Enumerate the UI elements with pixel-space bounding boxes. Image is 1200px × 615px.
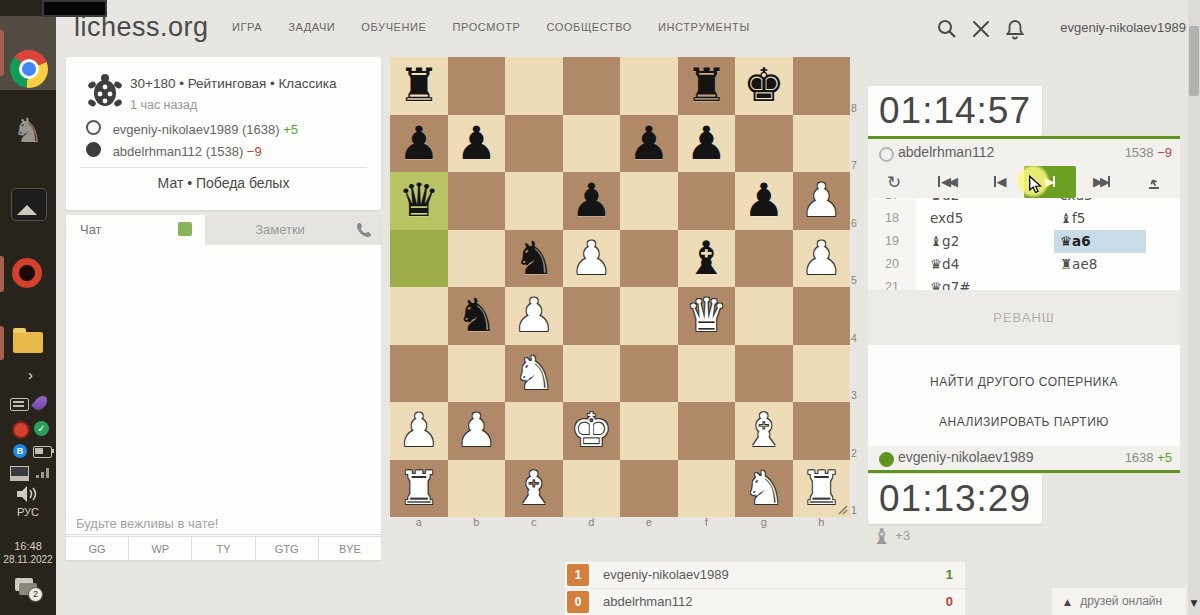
square-g3[interactable] xyxy=(735,345,793,403)
white-bishop: ♝ xyxy=(735,402,793,458)
tab-notes[interactable]: Заметки xyxy=(205,222,355,237)
square-b7[interactable]: ♟ xyxy=(448,115,506,173)
black-pawn: ♟ xyxy=(448,115,506,171)
square-a7[interactable]: ♟ xyxy=(390,115,448,173)
friends-online-label: друзей онлайн xyxy=(1080,594,1162,608)
signal-icon[interactable] xyxy=(36,468,50,478)
square-f2[interactable] xyxy=(678,402,736,460)
rank-label: 1 xyxy=(851,460,865,518)
square-f6[interactable] xyxy=(678,172,736,230)
row-score: 1 xyxy=(946,567,953,582)
white-knight: ♞ xyxy=(735,460,793,516)
expand-up-icon: ▲ xyxy=(1064,597,1071,607)
header-username[interactable]: evgeniy-nikolaev1989 xyxy=(1030,20,1186,35)
file-label: g xyxy=(735,516,793,528)
clock-label: 16:48 xyxy=(0,540,56,552)
active-indicator xyxy=(0,326,4,360)
white-player-name[interactable]: evgeniy-nikolaev1989 xyxy=(898,449,1033,465)
move-number: 19 xyxy=(868,230,916,253)
move-black[interactable]: ♜ae8 xyxy=(1046,253,1180,276)
square-b6[interactable] xyxy=(448,172,506,230)
shield-check-icon[interactable]: ✓ xyxy=(34,421,49,436)
black-rook: ♜ xyxy=(390,57,448,113)
move-list[interactable]: 17 ♚d2 cxd5 18 exd5 ♝f5 19 ♝g2 ♛a6 20 ♛d… xyxy=(868,198,1180,290)
challenges-icon[interactable] xyxy=(970,18,992,40)
main-nav: ИГРА ЗАДАЧИ ОБУЧЕНИЕ ПРОСМОТР СООБЩЕСТВО… xyxy=(232,21,750,33)
black-knight: ♞ xyxy=(505,230,563,286)
rank-label: 8 xyxy=(851,57,865,115)
square-h3[interactable] xyxy=(793,345,851,403)
square-g6[interactable]: ♟ xyxy=(735,172,793,230)
move-white[interactable]: exd5 xyxy=(916,207,1046,230)
move-row: 17 ♚d2 cxd5 xyxy=(868,198,1180,207)
game-result-label: Мат • Победа белых xyxy=(66,175,381,191)
black-queen: ♛ xyxy=(390,172,448,228)
move-row: 20 ♛d4 ♜ae8 xyxy=(868,253,1180,276)
move-row: 18 exd5 ♝f5 xyxy=(868,207,1180,230)
white-player-rating: (1638) xyxy=(242,122,280,137)
table-row[interactable]: 0 abdelrhman112 0 xyxy=(565,589,965,615)
black-knight: ♞ xyxy=(448,287,506,343)
square-h8[interactable] xyxy=(793,57,851,115)
keyboard-icon[interactable] xyxy=(10,398,29,411)
square-b1[interactable] xyxy=(448,460,506,518)
square-f3[interactable] xyxy=(678,345,736,403)
rank-label: 6 xyxy=(851,172,865,230)
keyboard-layout-label[interactable]: РУС xyxy=(0,506,56,518)
black-pawn: ♟ xyxy=(678,115,736,171)
square-c7[interactable] xyxy=(505,115,563,173)
date-label: 28.11.2022 xyxy=(0,554,56,565)
square-a6[interactable]: ♛ xyxy=(390,172,448,230)
captured-bishop-icon: ♝ xyxy=(872,524,892,549)
square-f8[interactable]: ♜ xyxy=(678,57,736,115)
move-black[interactable] xyxy=(1046,276,1180,290)
white-player-line[interactable]: evgeniy-nikolaev1989 (1638) +5 xyxy=(86,120,298,137)
move-number: 18 xyxy=(868,207,916,230)
move-white[interactable]: ♛d4 xyxy=(916,253,1046,276)
rank-label: 5 xyxy=(851,230,865,288)
move-row: 21 ♛g7# xyxy=(868,276,1180,290)
row-player-name[interactable]: evgeniy-nikolaev1989 xyxy=(603,567,729,582)
file-label: e xyxy=(620,516,678,528)
square-e6[interactable] xyxy=(620,172,678,230)
bell-icon[interactable] xyxy=(1004,18,1026,40)
material-count: +3 xyxy=(895,528,910,543)
square-g5[interactable] xyxy=(735,230,793,288)
square-e5[interactable] xyxy=(620,230,678,288)
square-d1[interactable] xyxy=(563,460,621,518)
board-resize-handle[interactable] xyxy=(834,501,848,515)
square-a8[interactable]: ♜ xyxy=(390,57,448,115)
move-black[interactable]: cxd5 xyxy=(1046,198,1180,207)
black-king: ♚ xyxy=(735,57,793,113)
rank-label: 4 xyxy=(851,287,865,345)
accent-line xyxy=(868,470,1180,473)
analysis-board-button[interactable] xyxy=(1128,166,1180,198)
classical-turtle-icon xyxy=(84,73,126,113)
background-window-peek xyxy=(42,0,107,17)
square-a3[interactable] xyxy=(390,345,448,403)
square-b3[interactable] xyxy=(448,345,506,403)
phone-icon[interactable] xyxy=(355,221,373,239)
black-player-rating: 1538 −9 xyxy=(1125,145,1172,160)
square-a2[interactable]: ♟ xyxy=(390,402,448,460)
chat-input[interactable]: Будьте вежливы в чате! xyxy=(76,516,218,531)
black-rating-delta: −9 xyxy=(247,144,262,159)
score-badge: 1 xyxy=(567,564,589,586)
messages-tray-icon[interactable]: 2 xyxy=(15,578,41,600)
square-a5[interactable] xyxy=(390,230,448,288)
quick-chat-gg[interactable]: GG xyxy=(66,537,128,561)
square-e7[interactable]: ♟ xyxy=(620,115,678,173)
square-c3[interactable]: ♞ xyxy=(505,345,563,403)
black-player-line[interactable]: abdelrhman112 (1538) −9 xyxy=(86,142,262,159)
square-d5[interactable]: ♟ xyxy=(563,230,621,288)
square-d4[interactable] xyxy=(563,287,621,345)
game-age-label: 1 час назад xyxy=(130,98,197,112)
rank-label: 2 xyxy=(851,402,865,460)
battery-icon[interactable] xyxy=(33,446,52,458)
quick-chat-wp[interactable]: WP xyxy=(128,537,191,561)
black-player-name[interactable]: abdelrhman112 xyxy=(898,144,994,160)
square-f5[interactable]: ♝ xyxy=(678,230,736,288)
nav-item-play[interactable]: ИГРА xyxy=(232,21,262,33)
square-c6[interactable] xyxy=(505,172,563,230)
new-opponent-button[interactable]: НАЙТИ ДРУГОГО СОПЕРНИКА xyxy=(868,375,1180,389)
scrollbar-down-arrow[interactable]: ▼ xyxy=(1188,598,1200,608)
last-move-button[interactable]: ▶▶ xyxy=(1076,166,1128,198)
square-g2[interactable]: ♝ xyxy=(735,402,793,460)
black-player-rating: (1538) xyxy=(206,144,244,159)
white-pawn: ♟ xyxy=(793,230,851,286)
white-player-name: evgeniy-nikolaev1989 xyxy=(113,122,239,137)
media-app-icon[interactable] xyxy=(11,188,47,221)
white-pawn: ♟ xyxy=(793,172,851,228)
square-c1[interactable]: ♝ xyxy=(505,460,563,518)
scrollbar-thumb[interactable] xyxy=(1189,26,1199,96)
file-label: c xyxy=(505,516,563,528)
square-b2[interactable]: ♟ xyxy=(448,402,506,460)
tray-expand-icon[interactable]: › xyxy=(28,366,33,383)
screen: ♞ › ✓ B РУС 16:48 28.11.2022 2 lichess.o… xyxy=(0,0,1200,615)
square-e4[interactable] xyxy=(620,287,678,345)
square-b8[interactable] xyxy=(448,57,506,115)
rank-labels: 87654321 xyxy=(851,57,865,517)
move-number: 17 xyxy=(868,198,916,207)
square-g1[interactable]: ♞ xyxy=(735,460,793,518)
first-move-button[interactable]: ◀◀ xyxy=(920,166,972,198)
white-pawn: ♟ xyxy=(563,230,621,286)
score-badge: 0 xyxy=(567,591,589,613)
chat-panel xyxy=(66,215,381,560)
square-a1[interactable]: ♜ xyxy=(390,460,448,518)
black-pawn: ♟ xyxy=(735,172,793,228)
game-info-card: 30+180 • Рейтинговая • Классика 1 час на… xyxy=(66,57,381,210)
score-table: 1 evgeniy-nikolaev1989 1 0 abdelrhman112… xyxy=(565,562,965,615)
square-d3[interactable] xyxy=(563,345,621,403)
square-g8[interactable]: ♚ xyxy=(735,57,793,115)
speaker-icon[interactable] xyxy=(17,486,39,502)
square-h2[interactable] xyxy=(793,402,851,460)
white-rook: ♜ xyxy=(390,460,448,516)
search-icon[interactable] xyxy=(936,18,958,40)
rematch-button[interactable]: РЕВАНШ xyxy=(868,290,1180,345)
post-game-actions: НАЙТИ ДРУГОГО СОПЕРНИКА АНАЛИЗИРОВАТЬ ПА… xyxy=(868,345,1180,446)
white-knight: ♞ xyxy=(505,345,563,401)
move-row: 19 ♝g2 ♛a6 xyxy=(868,230,1180,253)
nav-item-community[interactable]: СООБЩЕСТВО xyxy=(546,21,632,33)
white-pawn: ♟ xyxy=(505,287,563,343)
rank-label: 3 xyxy=(851,345,865,403)
square-f1[interactable] xyxy=(678,460,736,518)
taskbar-item-chrome[interactable] xyxy=(0,16,56,90)
white-clock: 01:13:29 xyxy=(868,474,1042,524)
white-player-rating: 1638 +5 xyxy=(1125,450,1172,465)
quick-chat-bye[interactable]: BYE xyxy=(318,537,381,561)
square-h7[interactable] xyxy=(793,115,851,173)
square-d2[interactable]: ♚ xyxy=(563,402,621,460)
file-label: b xyxy=(448,516,506,528)
file-labels: abcdefgh xyxy=(390,516,850,528)
move-white[interactable]: ♛g7# xyxy=(916,276,1046,290)
mouse-cursor xyxy=(1028,175,1044,195)
row-score: 0 xyxy=(946,594,953,609)
move-number: 21 xyxy=(868,276,916,290)
move-number: 20 xyxy=(868,253,916,276)
square-h5[interactable]: ♟ xyxy=(793,230,851,288)
quick-chat-row: GG WP TY GTG BYE xyxy=(66,536,381,561)
white-queen: ♛ xyxy=(678,287,736,343)
black-pawn: ♟ xyxy=(390,115,448,171)
row-player-name[interactable]: abdelrhman112 xyxy=(603,594,692,609)
nav-item-watch[interactable]: ПРОСМОТР xyxy=(453,21,521,33)
move-white[interactable]: ♚d2 xyxy=(916,198,1046,207)
black-player-name: abdelrhman112 xyxy=(113,144,202,159)
square-h6[interactable]: ♟ xyxy=(793,172,851,230)
square-c4[interactable]: ♟ xyxy=(505,287,563,345)
square-d7[interactable] xyxy=(563,115,621,173)
tab-chat[interactable]: Чат xyxy=(80,222,102,237)
window-panel-icon[interactable] xyxy=(10,466,29,481)
divider xyxy=(80,167,367,168)
square-e3[interactable] xyxy=(620,345,678,403)
bluetooth-icon[interactable]: B xyxy=(13,444,27,458)
black-bishop: ♝ xyxy=(678,230,736,286)
file-label: d xyxy=(563,516,621,528)
white-rating-delta: +5 xyxy=(283,122,298,137)
square-g7[interactable] xyxy=(735,115,793,173)
file-label: h xyxy=(793,516,851,528)
active-indicator xyxy=(0,256,4,292)
message-count-badge: 2 xyxy=(28,587,43,602)
move-black[interactable]: ♝f5 xyxy=(1046,207,1180,230)
offline-status-icon xyxy=(879,147,894,162)
white-pawn: ♟ xyxy=(390,402,448,458)
move-white[interactable]: ♝g2 xyxy=(916,230,1046,253)
time-control-label: 30+180 • Рейтинговая • Классика xyxy=(130,76,337,91)
nav-item-puzzles[interactable]: ЗАДАЧИ xyxy=(288,21,335,33)
black-clock: 01:14:57 xyxy=(868,86,1042,136)
square-e2[interactable] xyxy=(620,402,678,460)
square-c2[interactable] xyxy=(505,402,563,460)
black-pawn: ♟ xyxy=(563,172,621,228)
square-b4[interactable]: ♞ xyxy=(448,287,506,345)
screen-recorder-icon[interactable] xyxy=(12,258,42,288)
online-status-icon xyxy=(879,452,894,467)
black-color-icon xyxy=(86,142,101,157)
nav-item-tools[interactable]: ИНСТРУМЕНТЫ xyxy=(658,21,750,33)
active-indicator xyxy=(0,30,4,76)
square-f7[interactable]: ♟ xyxy=(678,115,736,173)
square-d8[interactable] xyxy=(563,57,621,115)
white-bishop: ♝ xyxy=(505,460,563,516)
square-e8[interactable] xyxy=(620,57,678,115)
material-advantage: ♝ +3 xyxy=(872,524,910,549)
file-label: f xyxy=(678,516,736,528)
quick-chat-gtg[interactable]: GTG xyxy=(255,537,318,561)
square-g4[interactable] xyxy=(735,287,793,345)
chess-app-icon[interactable]: ♞ xyxy=(0,110,56,150)
os-taskbar: ♞ › ✓ B РУС 16:48 28.11.2022 2 xyxy=(0,0,56,615)
square-b5[interactable] xyxy=(448,230,506,288)
black-pawn: ♟ xyxy=(620,115,678,171)
table-row[interactable]: 1 evgeniy-nikolaev1989 1 xyxy=(565,562,965,588)
square-c5[interactable]: ♞ xyxy=(505,230,563,288)
square-a4[interactable] xyxy=(390,287,448,345)
flip-board-button[interactable]: ↻ xyxy=(868,166,920,198)
move-black-current[interactable]: ♛a6 xyxy=(1046,230,1180,253)
analyze-game-button[interactable]: АНАЛИЗИРОВАТЬ ПАРТИЮ xyxy=(868,415,1180,429)
white-pawn: ♟ xyxy=(448,402,506,458)
white-color-icon xyxy=(86,120,101,135)
white-king: ♚ xyxy=(563,402,621,458)
file-label: a xyxy=(390,516,448,528)
square-h4[interactable] xyxy=(793,287,851,345)
feather-icon[interactable] xyxy=(31,393,50,412)
nav-item-learn[interactable]: ОБУЧЕНИЕ xyxy=(361,21,426,33)
black-player-row[interactable]: abdelrhman112 1538 −9 xyxy=(868,139,1180,166)
square-d6[interactable]: ♟ xyxy=(563,172,621,230)
friends-online-bar[interactable]: ▲ друзей онлайн xyxy=(1052,588,1186,615)
file-manager-icon[interactable] xyxy=(13,332,43,353)
record-dot-icon[interactable] xyxy=(12,421,30,439)
chat-toggle[interactable] xyxy=(178,222,192,236)
quick-chat-ty[interactable]: TY xyxy=(191,537,254,561)
rank-label: 7 xyxy=(851,115,865,173)
square-f4[interactable]: ♛ xyxy=(678,287,736,345)
black-rook: ♜ xyxy=(678,57,736,113)
chrome-icon xyxy=(10,50,48,88)
square-c8[interactable] xyxy=(505,57,563,115)
divider xyxy=(66,534,381,535)
square-e1[interactable] xyxy=(620,460,678,518)
white-player-row[interactable]: evgeniy-nikolaev1989 1638 +5 xyxy=(868,444,1180,471)
chess-board[interactable]: ♜♜♚♟♟♟♟♛♟♟♟♞♟♝♟♞♟♛♞♟♟♚♝♜♝♞♜ xyxy=(390,57,850,517)
